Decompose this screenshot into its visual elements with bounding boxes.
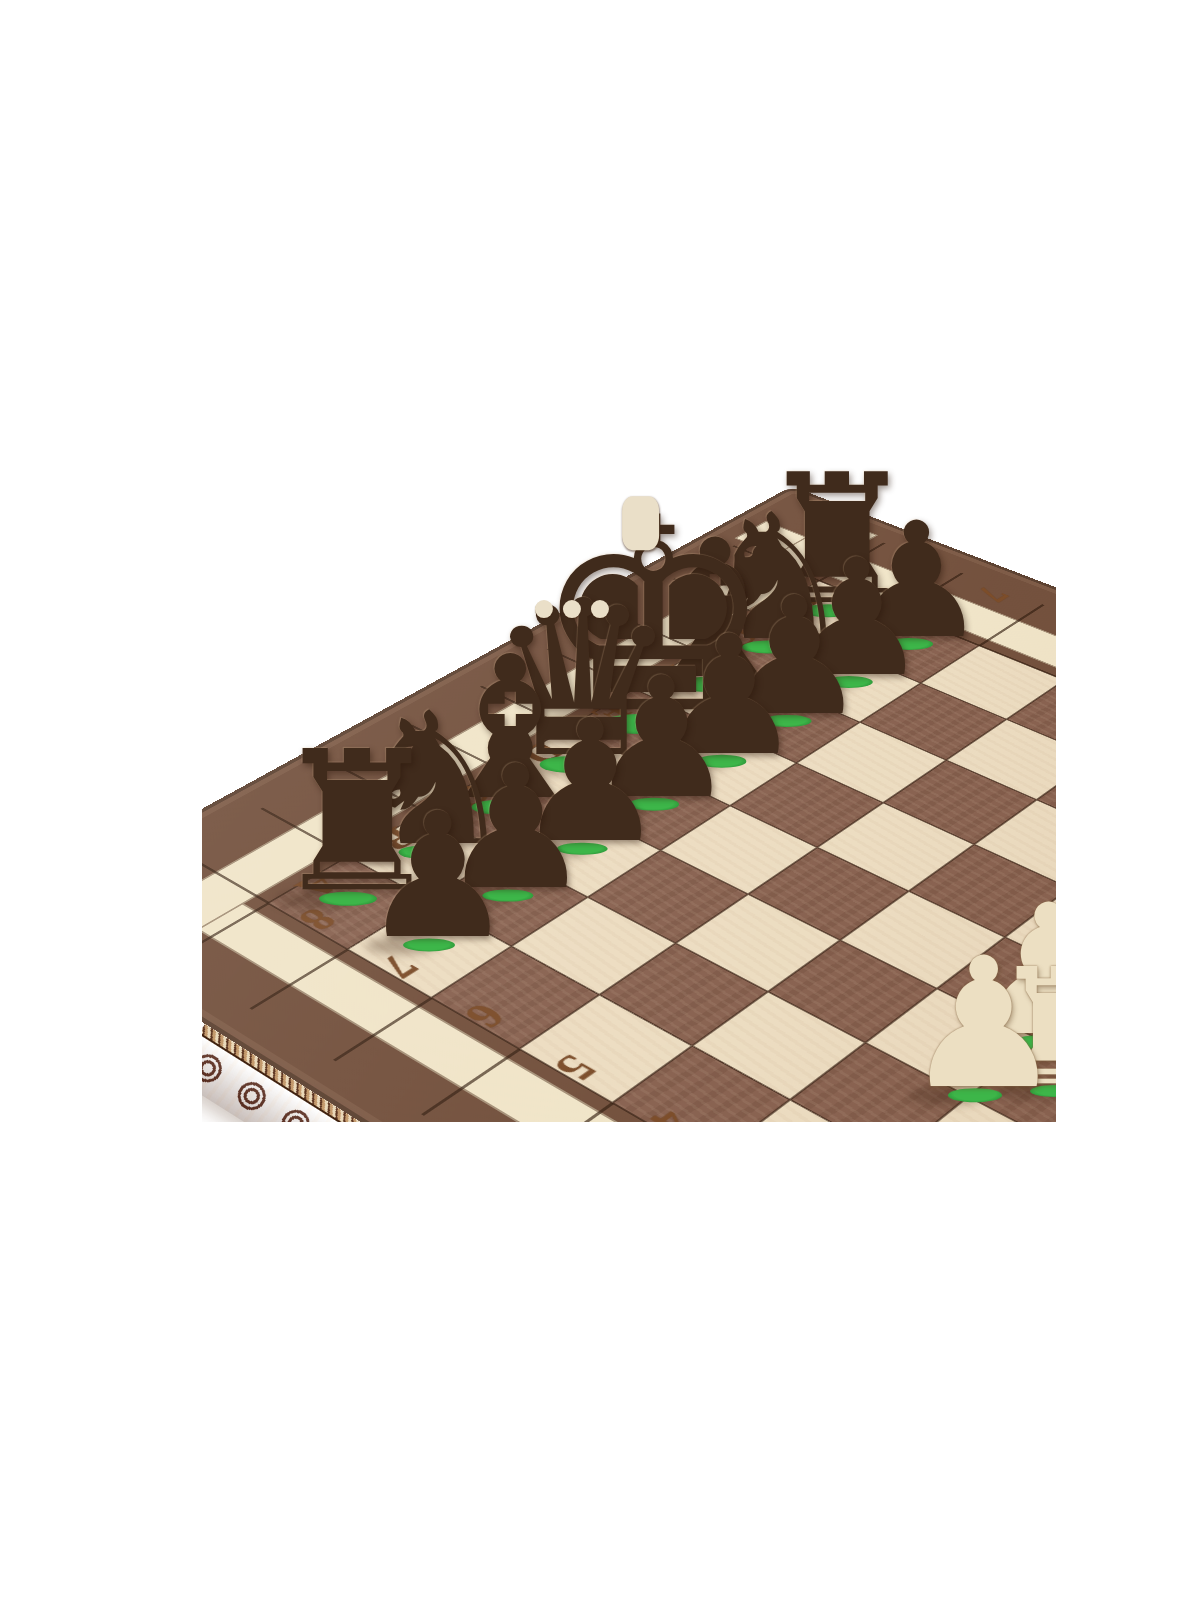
king-light-finial bbox=[622, 496, 660, 550]
board-scene: 8877665544332211AABBCCDDEEFFGGHH ♜♞♝♛♚♝♞… bbox=[202, 430, 1056, 1122]
photo-area: 8877665544332211AABBCCDDEEFFGGHH ♜♞♝♛♚♝♞… bbox=[202, 430, 1056, 1122]
product-photo-canvas: 8877665544332211AABBCCDDEEFFGGHH ♜♞♝♛♚♝♞… bbox=[0, 0, 1200, 1600]
